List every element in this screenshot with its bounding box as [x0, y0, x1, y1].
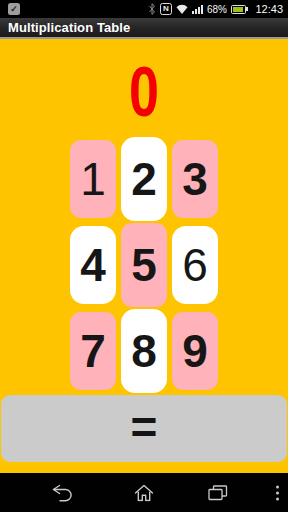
recent-apps-icon[interactable] — [208, 485, 228, 501]
key-7[interactable]: 7 — [70, 312, 116, 390]
title-bar: Multiplication Table — [0, 18, 288, 39]
app-screen: ✓ N 68% 12:43 Multipl — [0, 0, 288, 512]
signal-strength-icon — [192, 5, 203, 14]
key-2[interactable]: 2 — [121, 137, 167, 221]
key-4[interactable]: 4 — [70, 226, 116, 304]
clock-text: 12:43 — [255, 3, 283, 15]
status-bar-indicators: N 68% 12:43 — [148, 3, 285, 15]
bluetooth-icon — [148, 3, 156, 15]
key-6[interactable]: 6 — [172, 226, 218, 304]
app-title: Multiplication Table — [8, 20, 130, 35]
key-9[interactable]: 9 — [172, 312, 218, 390]
number-keypad: 1 2 3 4 5 6 7 8 9 — [70, 137, 218, 393]
nfc-icon: N — [160, 3, 172, 15]
key-8[interactable]: 8 — [121, 309, 167, 393]
key-3[interactable]: 3 — [172, 140, 218, 218]
battery-percent-text: 68% — [207, 4, 227, 15]
notification-check-icon: ✓ — [8, 3, 20, 15]
home-icon[interactable] — [135, 484, 154, 501]
key-1[interactable]: 1 — [70, 140, 116, 218]
result-display: 0 — [35, 60, 254, 122]
status-bar: ✓ N 68% 12:43 — [0, 0, 288, 18]
key-5[interactable]: 5 — [121, 223, 167, 307]
equals-button[interactable]: = — [1, 395, 287, 462]
equals-label: = — [131, 404, 158, 454]
menu-overflow-icon[interactable] — [276, 485, 279, 500]
wifi-icon — [176, 4, 188, 14]
navigation-bar — [0, 473, 288, 512]
back-icon[interactable] — [50, 484, 75, 502]
battery-icon — [231, 5, 249, 14]
